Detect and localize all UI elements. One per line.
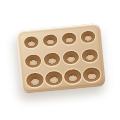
muffin-cup-cavity <box>44 70 63 86</box>
muffin-cup <box>59 29 78 48</box>
muffin-cup-cavity <box>42 34 57 47</box>
muffin-cup <box>78 28 97 47</box>
muffin-cup-cavity <box>81 49 98 63</box>
muffin-cup <box>42 50 61 69</box>
photo-canvas <box>0 0 120 120</box>
muffin-cup <box>25 71 44 90</box>
cup-grid <box>22 28 101 90</box>
muffin-cup-cavity <box>24 54 41 68</box>
muffin-cup <box>44 69 63 88</box>
muffin-cup <box>22 33 41 52</box>
muffin-cup <box>61 48 80 67</box>
muffin-cup-cavity <box>62 50 79 64</box>
muffin-cup <box>82 65 101 84</box>
muffin-cup-cavity <box>23 36 38 49</box>
muffin-cup-cavity <box>61 32 76 45</box>
muffin-cup-cavity <box>43 52 60 66</box>
muffin-cup-cavity <box>63 69 82 85</box>
muffin-cup <box>63 67 82 86</box>
muffin-pan <box>16 23 106 94</box>
muffin-cup-cavity <box>82 67 101 83</box>
muffin-cup <box>80 46 99 65</box>
muffin-cup <box>23 52 42 71</box>
muffin-cup-cavity <box>80 30 95 43</box>
muffin-cup <box>40 31 59 50</box>
muffin-cup-cavity <box>25 72 44 88</box>
